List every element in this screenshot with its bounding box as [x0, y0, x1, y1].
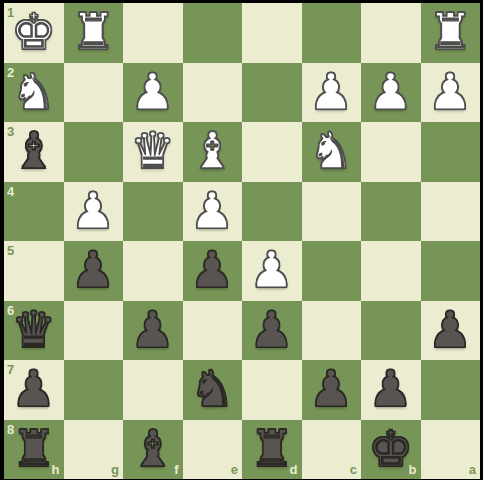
square-h7[interactable]: 7♟ — [4, 360, 64, 420]
piece-white-pawn-icon[interactable]: ♟ — [249, 241, 294, 300]
piece-white-rook-icon[interactable]: ♜ — [428, 3, 473, 62]
square-h6[interactable]: 6♛ — [4, 301, 64, 361]
square-d5[interactable]: ♟ — [242, 241, 302, 301]
square-a2[interactable]: ♟ — [421, 63, 481, 123]
piece-black-queen-icon[interactable]: ♛ — [11, 301, 56, 360]
rank-label-4: 4 — [7, 185, 14, 198]
square-a1[interactable]: ♜ — [421, 3, 481, 63]
square-b2[interactable]: ♟ — [361, 63, 421, 123]
square-e8[interactable]: e — [183, 420, 243, 480]
square-e2[interactable] — [183, 63, 243, 123]
piece-white-pawn-icon[interactable]: ♟ — [71, 182, 116, 241]
piece-black-king-icon[interactable]: ♚ — [368, 420, 413, 479]
piece-white-knight-icon[interactable]: ♞ — [11, 63, 56, 122]
piece-white-bishop-icon[interactable]: ♝ — [190, 122, 235, 181]
square-a3[interactable] — [421, 122, 481, 182]
square-c5[interactable] — [302, 241, 362, 301]
square-g6[interactable] — [64, 301, 124, 361]
square-e6[interactable] — [183, 301, 243, 361]
square-f8[interactable]: f♝ — [123, 420, 183, 480]
square-g2[interactable] — [64, 63, 124, 123]
piece-black-pawn-icon[interactable]: ♟ — [368, 360, 413, 419]
square-h5[interactable]: 5 — [4, 241, 64, 301]
square-d3[interactable] — [242, 122, 302, 182]
piece-white-queen-icon[interactable]: ♛ — [130, 122, 175, 181]
piece-white-knight-icon[interactable]: ♞ — [309, 122, 354, 181]
square-b7[interactable]: ♟ — [361, 360, 421, 420]
square-c3[interactable]: ♞ — [302, 122, 362, 182]
square-h1[interactable]: 1♚ — [4, 3, 64, 63]
square-f6[interactable]: ♟ — [123, 301, 183, 361]
square-c1[interactable] — [302, 3, 362, 63]
square-f4[interactable] — [123, 182, 183, 242]
square-c4[interactable] — [302, 182, 362, 242]
square-d1[interactable] — [242, 3, 302, 63]
square-d7[interactable] — [242, 360, 302, 420]
square-g7[interactable] — [64, 360, 124, 420]
piece-black-pawn-icon[interactable]: ♟ — [71, 241, 116, 300]
piece-black-pawn-icon[interactable]: ♟ — [11, 360, 56, 419]
square-c8[interactable]: c — [302, 420, 362, 480]
square-c2[interactable]: ♟ — [302, 63, 362, 123]
square-a7[interactable] — [421, 360, 481, 420]
square-e5[interactable]: ♟ — [183, 241, 243, 301]
square-g4[interactable]: ♟ — [64, 182, 124, 242]
square-d4[interactable] — [242, 182, 302, 242]
piece-white-pawn-icon[interactable]: ♟ — [428, 63, 473, 122]
square-b1[interactable] — [361, 3, 421, 63]
square-a6[interactable]: ♟ — [421, 301, 481, 361]
square-c7[interactable]: ♟ — [302, 360, 362, 420]
piece-white-rook-icon[interactable]: ♜ — [71, 3, 116, 62]
square-b4[interactable] — [361, 182, 421, 242]
square-e7[interactable]: ♞ — [183, 360, 243, 420]
square-f3[interactable]: ♛ — [123, 122, 183, 182]
piece-black-pawn-icon[interactable]: ♟ — [249, 301, 294, 360]
square-a4[interactable] — [421, 182, 481, 242]
square-g5[interactable]: ♟ — [64, 241, 124, 301]
file-label-a: a — [469, 463, 476, 476]
square-b6[interactable] — [361, 301, 421, 361]
piece-white-pawn-icon[interactable]: ♟ — [368, 63, 413, 122]
square-a5[interactable] — [421, 241, 481, 301]
file-label-g: g — [111, 463, 119, 476]
rank-label-5: 5 — [7, 244, 14, 257]
square-c6[interactable] — [302, 301, 362, 361]
piece-black-bishop-icon[interactable]: ♝ — [130, 420, 175, 479]
square-b8[interactable]: b♚ — [361, 420, 421, 480]
file-label-c: c — [350, 463, 357, 476]
piece-black-rook-icon[interactable]: ♜ — [249, 420, 294, 479]
piece-black-pawn-icon[interactable]: ♟ — [309, 360, 354, 419]
file-label-e: e — [231, 463, 238, 476]
piece-black-pawn-icon[interactable]: ♟ — [190, 241, 235, 300]
square-f2[interactable]: ♟ — [123, 63, 183, 123]
square-h2[interactable]: 2♞ — [4, 63, 64, 123]
square-h4[interactable]: 4 — [4, 182, 64, 242]
square-g8[interactable]: g — [64, 420, 124, 480]
square-f1[interactable] — [123, 3, 183, 63]
piece-white-pawn-icon[interactable]: ♟ — [130, 63, 175, 122]
square-g1[interactable]: ♜ — [64, 3, 124, 63]
piece-black-knight-icon[interactable]: ♞ — [190, 360, 235, 419]
piece-white-king-icon[interactable]: ♚ — [11, 3, 56, 62]
square-e4[interactable]: ♟ — [183, 182, 243, 242]
square-f5[interactable] — [123, 241, 183, 301]
square-h8[interactable]: 8h♜ — [4, 420, 64, 480]
square-b5[interactable] — [361, 241, 421, 301]
square-g3[interactable] — [64, 122, 124, 182]
square-a8[interactable]: a — [421, 420, 481, 480]
piece-black-pawn-icon[interactable]: ♟ — [428, 301, 473, 360]
square-f7[interactable] — [123, 360, 183, 420]
piece-white-pawn-icon[interactable]: ♟ — [190, 182, 235, 241]
square-e1[interactable] — [183, 3, 243, 63]
piece-black-pawn-icon[interactable]: ♟ — [130, 301, 175, 360]
square-d2[interactable] — [242, 63, 302, 123]
square-d8[interactable]: d♜ — [242, 420, 302, 480]
piece-white-pawn-icon[interactable]: ♟ — [309, 63, 354, 122]
chess-board-frame: 1♚♜♜2♞♟♟♟♟3♝♛♝♞4♟♟5♟♟♟6♛♟♟♟7♟♞♟♟8h♜gf♝ed… — [0, 0, 483, 480]
piece-black-bishop-icon[interactable]: ♝ — [11, 122, 56, 181]
square-h3[interactable]: 3♝ — [4, 122, 64, 182]
square-b3[interactable] — [361, 122, 421, 182]
piece-black-rook-icon[interactable]: ♜ — [11, 420, 56, 479]
square-d6[interactable]: ♟ — [242, 301, 302, 361]
chess-board: 1♚♜♜2♞♟♟♟♟3♝♛♝♞4♟♟5♟♟♟6♛♟♟♟7♟♞♟♟8h♜gf♝ed… — [4, 3, 480, 479]
square-e3[interactable]: ♝ — [183, 122, 243, 182]
